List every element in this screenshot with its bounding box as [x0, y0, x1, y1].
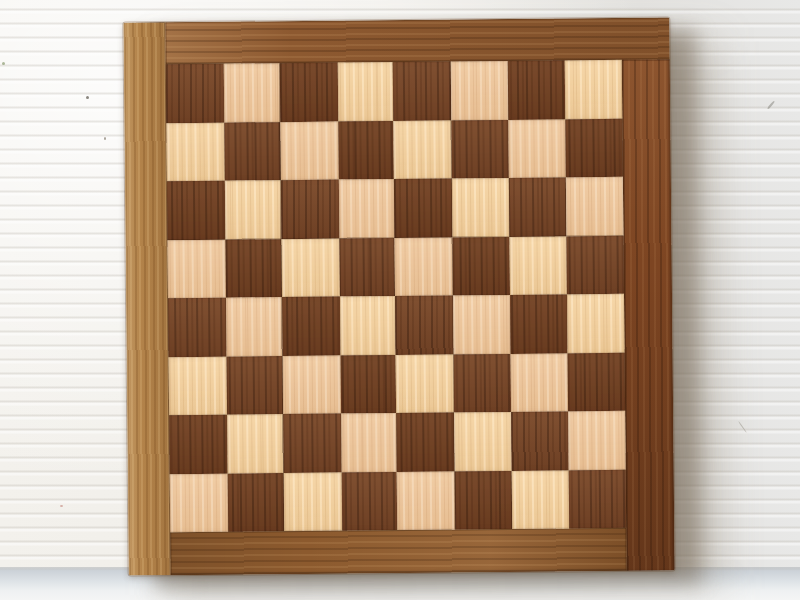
square-g6[interactable] — [509, 177, 567, 237]
square-a5[interactable] — [167, 240, 226, 299]
square-f3[interactable] — [454, 354, 512, 413]
square-d4[interactable] — [340, 296, 396, 356]
frame-top-rail — [165, 17, 669, 64]
dust-speck — [104, 137, 106, 140]
square-g5[interactable] — [509, 236, 567, 295]
square-h8[interactable] — [565, 60, 623, 120]
dust-speck — [86, 96, 89, 99]
square-e3[interactable] — [396, 354, 455, 413]
square-a2[interactable] — [169, 415, 228, 475]
square-h2[interactable] — [568, 411, 626, 471]
square-b3[interactable] — [227, 356, 284, 415]
square-g4[interactable] — [510, 294, 568, 354]
square-f5[interactable] — [452, 237, 510, 296]
square-c4[interactable] — [282, 297, 341, 357]
square-e4[interactable] — [395, 295, 454, 355]
fibre-speck — [767, 101, 775, 110]
square-h4[interactable] — [567, 294, 625, 354]
square-a3[interactable] — [169, 357, 228, 416]
photo-scene — [0, 0, 800, 600]
square-e2[interactable] — [396, 412, 455, 472]
square-b8[interactable] — [224, 63, 281, 123]
square-c6[interactable] — [281, 180, 340, 240]
square-a8[interactable] — [166, 64, 225, 124]
square-e8[interactable] — [393, 61, 452, 121]
square-f6[interactable] — [452, 178, 510, 238]
square-c7[interactable] — [280, 122, 339, 181]
square-g2[interactable] — [511, 411, 569, 471]
square-f2[interactable] — [454, 412, 512, 472]
square-e6[interactable] — [394, 178, 453, 238]
square-f8[interactable] — [451, 61, 509, 121]
square-d3[interactable] — [341, 355, 397, 414]
dust-speck — [2, 62, 5, 65]
square-d1[interactable] — [342, 472, 398, 531]
square-b2[interactable] — [227, 414, 284, 474]
square-d5[interactable] — [339, 238, 395, 297]
frame-left-rail — [123, 22, 170, 575]
square-b1[interactable] — [228, 473, 285, 532]
square-h3[interactable] — [568, 353, 626, 412]
frame-right-rail — [622, 59, 675, 570]
square-c5[interactable] — [281, 239, 340, 298]
square-d8[interactable] — [338, 62, 394, 122]
square-b6[interactable] — [225, 180, 282, 240]
square-h1[interactable] — [569, 470, 627, 529]
square-e7[interactable] — [393, 120, 452, 179]
square-c8[interactable] — [280, 63, 339, 123]
square-b4[interactable] — [226, 297, 283, 357]
square-f4[interactable] — [453, 295, 511, 355]
square-a7[interactable] — [166, 123, 225, 182]
square-h7[interactable] — [565, 119, 623, 178]
fibre-speck — [738, 421, 747, 433]
square-b7[interactable] — [224, 122, 281, 181]
square-f1[interactable] — [455, 471, 513, 530]
square-d7[interactable] — [338, 121, 394, 180]
square-g1[interactable] — [512, 470, 570, 529]
square-a6[interactable] — [167, 181, 226, 241]
square-g8[interactable] — [508, 60, 566, 120]
square-g3[interactable] — [511, 353, 569, 412]
square-a4[interactable] — [168, 298, 227, 358]
square-c1[interactable] — [284, 473, 343, 532]
square-a1[interactable] — [170, 474, 229, 533]
square-d6[interactable] — [339, 179, 395, 239]
square-g7[interactable] — [508, 119, 566, 178]
square-e1[interactable] — [397, 471, 456, 530]
chessboard — [123, 17, 674, 575]
square-c3[interactable] — [283, 356, 342, 415]
square-h6[interactable] — [566, 177, 624, 237]
square-d2[interactable] — [341, 413, 397, 473]
board-grid — [166, 60, 626, 532]
dust-speck — [60, 505, 63, 507]
frame-bottom-rail — [170, 528, 626, 575]
square-h5[interactable] — [566, 236, 624, 295]
square-b5[interactable] — [225, 239, 282, 298]
square-e5[interactable] — [394, 237, 453, 296]
square-f7[interactable] — [451, 120, 509, 179]
square-c2[interactable] — [283, 414, 342, 474]
